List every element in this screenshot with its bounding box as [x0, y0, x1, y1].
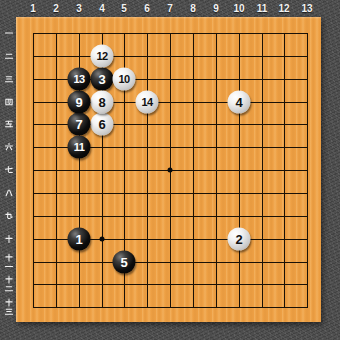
move-number: 13 [73, 74, 84, 85]
row-label-8 [5, 189, 14, 198]
go-diagram: 12345678910111213 1234567891011121314 [0, 0, 340, 340]
stone-white-10: 10 [113, 68, 136, 91]
move-number: 12 [96, 51, 107, 62]
row-label-4 [5, 98, 14, 107]
stone-black-13: 13 [68, 68, 91, 91]
move-number: 7 [75, 118, 82, 131]
grid-line-v-11 [262, 33, 263, 308]
move-number: 14 [141, 97, 152, 108]
column-label-2: 2 [53, 3, 59, 14]
stone-black-3: 3 [91, 68, 114, 91]
column-label-8: 8 [190, 3, 196, 14]
grid-line-h-8 [33, 193, 308, 194]
row-label-5 [5, 120, 14, 129]
stone-white-2: 2 [228, 228, 251, 251]
grid-line-v-9 [216, 33, 217, 308]
star-point-7-7 [168, 168, 173, 173]
grid-line-v-10 [239, 33, 240, 308]
stone-black-5: 5 [113, 251, 136, 274]
column-label-11: 11 [257, 3, 268, 14]
row-label-7 [5, 166, 14, 175]
stone-black-9: 9 [68, 91, 91, 114]
grid-line-v-12 [284, 33, 285, 308]
column-label-1: 1 [30, 3, 36, 14]
grid-line-h-9 [33, 216, 308, 217]
row-label-12 [5, 275, 14, 293]
row-label-1 [5, 29, 14, 38]
stone-white-12: 12 [91, 45, 114, 68]
move-number: 6 [98, 118, 105, 131]
move-number: 5 [120, 256, 127, 269]
move-number: 2 [235, 233, 242, 246]
move-number: 1 [75, 233, 82, 246]
row-label-3 [5, 75, 14, 84]
stone-black-7: 7 [68, 113, 91, 136]
row-label-6 [5, 143, 14, 152]
move-number: 8 [98, 96, 105, 109]
column-label-12: 12 [278, 3, 289, 14]
stone-white-6: 6 [91, 113, 114, 136]
column-label-4: 4 [99, 3, 105, 14]
grid-line-v-13 [307, 33, 308, 308]
move-number: 3 [98, 73, 105, 86]
stone-white-4: 4 [228, 91, 251, 114]
column-label-7: 7 [167, 3, 173, 14]
stone-white-8: 8 [91, 91, 114, 114]
row-label-2 [5, 52, 14, 61]
grid-line-h-11 [33, 262, 308, 263]
move-number: 4 [235, 96, 242, 109]
column-label-5: 5 [121, 3, 127, 14]
grid-line-h-13 [33, 307, 308, 308]
column-label-6: 6 [144, 3, 150, 14]
grid-line-v-8 [193, 33, 194, 308]
row-label-9 [5, 212, 14, 221]
stone-black-1: 1 [68, 228, 91, 251]
stone-white-14: 14 [136, 91, 159, 114]
star-point-4-10 [100, 237, 105, 242]
column-label-9: 9 [213, 3, 219, 14]
move-number: 10 [118, 74, 129, 85]
row-label-11 [5, 253, 14, 271]
column-label-10: 10 [233, 3, 244, 14]
row-label-13 [5, 298, 14, 316]
grid-line-h-12 [33, 284, 308, 285]
column-label-13: 13 [301, 3, 312, 14]
move-number: 9 [75, 96, 82, 109]
move-number: 11 [74, 142, 84, 153]
stone-black-11: 11 [68, 136, 91, 159]
column-label-3: 3 [76, 3, 82, 14]
row-label-10 [5, 235, 14, 244]
